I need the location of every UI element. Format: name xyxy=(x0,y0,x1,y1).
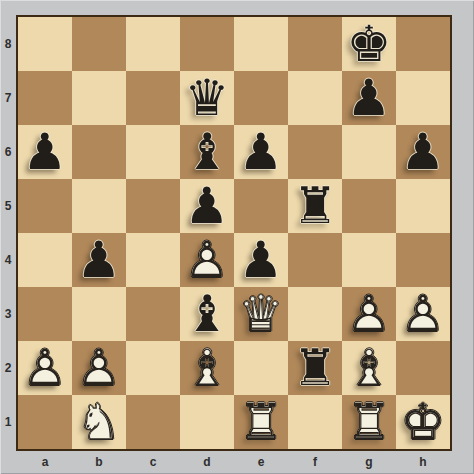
white-rook-g1[interactable]: ♜♖ xyxy=(342,395,396,449)
white-knight-b1[interactable]: ♞♘ xyxy=(72,395,126,449)
square-h7[interactable] xyxy=(396,71,450,125)
file-label-d: d xyxy=(180,451,234,473)
square-b3[interactable] xyxy=(72,287,126,341)
square-f3[interactable] xyxy=(288,287,342,341)
square-e1[interactable]: ♜♖ xyxy=(234,395,288,449)
square-f4[interactable] xyxy=(288,233,342,287)
black-pawn-e4[interactable]: ♟ xyxy=(234,233,288,287)
piece-outline-glyph: ♘ xyxy=(72,395,126,449)
square-b5[interactable] xyxy=(72,179,126,233)
black-pawn-b4[interactable]: ♟ xyxy=(72,233,126,287)
white-pawn-d4[interactable]: ♟♙ xyxy=(180,233,234,287)
square-h6[interactable]: ♟ xyxy=(396,125,450,179)
square-g6[interactable] xyxy=(342,125,396,179)
white-bishop-d2[interactable]: ♝♗ xyxy=(180,341,234,395)
square-g7[interactable]: ♟ xyxy=(342,71,396,125)
black-pawn-g7[interactable]: ♟ xyxy=(342,71,396,125)
rank-label-8: 8 xyxy=(0,17,16,71)
square-h4[interactable] xyxy=(396,233,450,287)
square-g8[interactable]: ♚ xyxy=(342,17,396,71)
piece-outline-glyph: ♕ xyxy=(234,287,288,341)
black-pawn-d5[interactable]: ♟ xyxy=(180,179,234,233)
white-pawn-a2[interactable]: ♟♙ xyxy=(18,341,72,395)
square-d5[interactable]: ♟ xyxy=(180,179,234,233)
square-c4[interactable] xyxy=(126,233,180,287)
rank-label-1: 1 xyxy=(0,395,16,449)
square-h1[interactable]: ♚♔ xyxy=(396,395,450,449)
piece-outline-glyph: ♖ xyxy=(234,395,288,449)
square-a1[interactable] xyxy=(18,395,72,449)
black-queen-d7[interactable]: ♛ xyxy=(180,71,234,125)
rank-label-6: 6 xyxy=(0,125,16,179)
square-g3[interactable]: ♟♙ xyxy=(342,287,396,341)
piece-outline-glyph: ♗ xyxy=(180,341,234,395)
square-b6[interactable] xyxy=(72,125,126,179)
square-f5[interactable]: ♜ xyxy=(288,179,342,233)
file-label-h: h xyxy=(396,451,450,473)
square-c3[interactable] xyxy=(126,287,180,341)
square-c2[interactable] xyxy=(126,341,180,395)
square-d2[interactable]: ♝♗ xyxy=(180,341,234,395)
black-king-g8[interactable]: ♚ xyxy=(342,17,396,71)
black-bishop-d3[interactable]: ♝ xyxy=(180,287,234,341)
rank-label-7: 7 xyxy=(0,71,16,125)
rank-label-4: 4 xyxy=(0,233,16,287)
board-frame: 87654321 ♚♛♟♟♝♟♟♟♜♟♟♙♟♝♛♕♟♙♟♙♟♙♟♙♝♗♜♝♗♞♘… xyxy=(0,0,474,474)
square-e8[interactable] xyxy=(234,17,288,71)
chess-board: ♚♛♟♟♝♟♟♟♜♟♟♙♟♝♛♕♟♙♟♙♟♙♟♙♝♗♜♝♗♞♘♜♖♜♖♚♔ xyxy=(16,15,452,451)
square-f8[interactable] xyxy=(288,17,342,71)
file-labels: abcdefgh xyxy=(18,451,450,473)
square-f2[interactable]: ♜ xyxy=(288,341,342,395)
square-f6[interactable] xyxy=(288,125,342,179)
piece-outline-glyph: ♔ xyxy=(396,395,450,449)
square-d3[interactable]: ♝ xyxy=(180,287,234,341)
square-h3[interactable]: ♟♙ xyxy=(396,287,450,341)
black-rook-f5[interactable]: ♜ xyxy=(288,179,342,233)
square-e5[interactable] xyxy=(234,179,288,233)
square-b4[interactable]: ♟ xyxy=(72,233,126,287)
black-pawn-e6[interactable]: ♟ xyxy=(234,125,288,179)
white-rook-e1[interactable]: ♜♖ xyxy=(234,395,288,449)
square-g2[interactable]: ♝♗ xyxy=(342,341,396,395)
file-label-f: f xyxy=(288,451,342,473)
square-a6[interactable]: ♟ xyxy=(18,125,72,179)
white-queen-e3[interactable]: ♛♕ xyxy=(234,287,288,341)
black-pawn-h6[interactable]: ♟ xyxy=(396,125,450,179)
square-e6[interactable]: ♟ xyxy=(234,125,288,179)
square-g4[interactable] xyxy=(342,233,396,287)
square-c7[interactable] xyxy=(126,71,180,125)
square-d7[interactable]: ♛ xyxy=(180,71,234,125)
piece-outline-glyph: ♙ xyxy=(180,233,234,287)
square-b8[interactable] xyxy=(72,17,126,71)
black-rook-f2[interactable]: ♜ xyxy=(288,341,342,395)
piece-outline-glyph: ♙ xyxy=(18,341,72,395)
square-b2[interactable]: ♟♙ xyxy=(72,341,126,395)
piece-outline-glyph: ♙ xyxy=(342,287,396,341)
rank-label-3: 3 xyxy=(0,287,16,341)
square-c1[interactable] xyxy=(126,395,180,449)
square-g5[interactable] xyxy=(342,179,396,233)
square-c5[interactable] xyxy=(126,179,180,233)
piece-outline-glyph: ♙ xyxy=(396,287,450,341)
square-d1[interactable] xyxy=(180,395,234,449)
file-label-g: g xyxy=(342,451,396,473)
square-e4[interactable]: ♟ xyxy=(234,233,288,287)
file-label-b: b xyxy=(72,451,126,473)
square-c8[interactable] xyxy=(126,17,180,71)
square-a3[interactable] xyxy=(18,287,72,341)
square-a7[interactable] xyxy=(18,71,72,125)
square-c6[interactable] xyxy=(126,125,180,179)
square-d8[interactable] xyxy=(180,17,234,71)
square-e7[interactable] xyxy=(234,71,288,125)
square-a8[interactable] xyxy=(18,17,72,71)
white-pawn-g3[interactable]: ♟♙ xyxy=(342,287,396,341)
square-d4[interactable]: ♟♙ xyxy=(180,233,234,287)
white-bishop-g2[interactable]: ♝♗ xyxy=(342,341,396,395)
square-f1[interactable] xyxy=(288,395,342,449)
rank-label-2: 2 xyxy=(0,341,16,395)
square-a5[interactable] xyxy=(18,179,72,233)
white-pawn-h3[interactable]: ♟♙ xyxy=(396,287,450,341)
square-g1[interactable]: ♜♖ xyxy=(342,395,396,449)
square-h5[interactable] xyxy=(396,179,450,233)
square-f7[interactable] xyxy=(288,71,342,125)
white-king-h1[interactable]: ♚♔ xyxy=(396,395,450,449)
rank-labels: 87654321 xyxy=(0,17,16,449)
square-e2[interactable] xyxy=(234,341,288,395)
square-d6[interactable]: ♝ xyxy=(180,125,234,179)
white-pawn-b2[interactable]: ♟♙ xyxy=(72,341,126,395)
black-pawn-a6[interactable]: ♟ xyxy=(18,125,72,179)
piece-outline-glyph: ♗ xyxy=(342,341,396,395)
file-label-a: a xyxy=(18,451,72,473)
black-bishop-d6[interactable]: ♝ xyxy=(180,125,234,179)
file-label-c: c xyxy=(126,451,180,473)
square-b1[interactable]: ♞♘ xyxy=(72,395,126,449)
square-b7[interactable] xyxy=(72,71,126,125)
file-label-e: e xyxy=(234,451,288,473)
square-a4[interactable] xyxy=(18,233,72,287)
square-h2[interactable] xyxy=(396,341,450,395)
square-a2[interactable]: ♟♙ xyxy=(18,341,72,395)
rank-label-5: 5 xyxy=(0,179,16,233)
square-e3[interactable]: ♛♕ xyxy=(234,287,288,341)
piece-outline-glyph: ♖ xyxy=(342,395,396,449)
piece-outline-glyph: ♙ xyxy=(72,341,126,395)
square-h8[interactable] xyxy=(396,17,450,71)
